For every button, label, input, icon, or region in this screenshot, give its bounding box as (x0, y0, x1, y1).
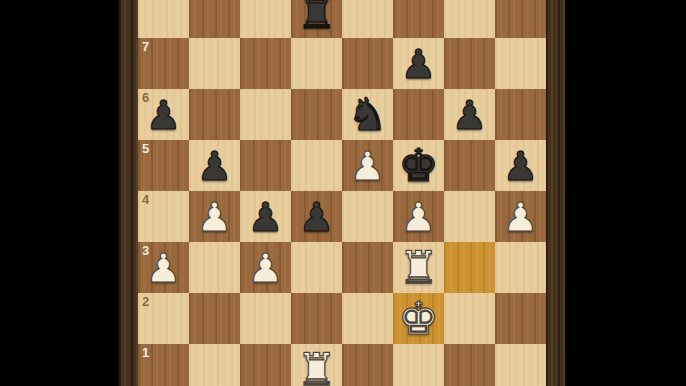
white-rook-d1[interactable]: ♜ (291, 344, 342, 386)
square-a3[interactable]: 3♟ (138, 242, 189, 293)
square-f5[interactable]: ♚ (393, 140, 444, 191)
rank-label-8: 8 (142, 0, 149, 2)
square-a6[interactable]: 6♟ (138, 89, 189, 140)
square-b1[interactable] (189, 344, 240, 386)
square-g6[interactable]: ♟ (444, 89, 495, 140)
square-g1[interactable] (444, 344, 495, 386)
black-pawn-a6[interactable]: ♟ (138, 89, 189, 140)
square-d3[interactable] (291, 242, 342, 293)
square-h5[interactable]: ♟ (495, 140, 546, 191)
rank-label-5: 5 (142, 142, 149, 155)
square-a4[interactable]: 4 (138, 191, 189, 242)
square-h4[interactable]: ♟ (495, 191, 546, 242)
square-e8[interactable] (342, 0, 393, 38)
square-d6[interactable] (291, 89, 342, 140)
square-d7[interactable] (291, 38, 342, 89)
square-f6[interactable] (393, 89, 444, 140)
square-e6[interactable]: ♞ (342, 89, 393, 140)
square-g2[interactable] (444, 293, 495, 344)
white-pawn-c3[interactable]: ♟ (240, 242, 291, 293)
square-f3[interactable]: ♜ (393, 242, 444, 293)
black-rook-d8[interactable]: ♜ (291, 0, 342, 38)
board-frame-right (546, 0, 565, 386)
square-c8[interactable] (240, 0, 291, 38)
square-h6[interactable] (495, 89, 546, 140)
black-knight-e6[interactable]: ♞ (342, 89, 393, 140)
rank-label-7: 7 (142, 40, 149, 53)
square-f4[interactable]: ♟ (393, 191, 444, 242)
square-a2[interactable]: 2 (138, 293, 189, 344)
square-c5[interactable] (240, 140, 291, 191)
square-a7[interactable]: 7 (138, 38, 189, 89)
black-pawn-d4[interactable]: ♟ (291, 191, 342, 242)
white-pawn-e5[interactable]: ♟ (342, 140, 393, 191)
square-f8[interactable] (393, 0, 444, 38)
square-d4[interactable]: ♟ (291, 191, 342, 242)
black-pawn-b5[interactable]: ♟ (189, 140, 240, 191)
square-h1[interactable] (495, 344, 546, 386)
square-h8[interactable] (495, 0, 546, 38)
square-f1[interactable] (393, 344, 444, 386)
square-f2[interactable]: ♚ (393, 293, 444, 344)
square-h2[interactable] (495, 293, 546, 344)
black-pawn-g6[interactable]: ♟ (444, 89, 495, 140)
square-g8[interactable] (444, 0, 495, 38)
square-d2[interactable] (291, 293, 342, 344)
square-b4[interactable]: ♟ (189, 191, 240, 242)
square-e7[interactable] (342, 38, 393, 89)
square-e3[interactable] (342, 242, 393, 293)
square-a5[interactable]: 5 (138, 140, 189, 191)
square-f7[interactable]: ♟ (393, 38, 444, 89)
square-h7[interactable] (495, 38, 546, 89)
black-king-f5[interactable]: ♚ (393, 140, 444, 191)
square-e2[interactable] (342, 293, 393, 344)
square-h3[interactable] (495, 242, 546, 293)
square-a1[interactable]: 1 (138, 344, 189, 386)
square-b8[interactable] (189, 0, 240, 38)
white-pawn-h4[interactable]: ♟ (495, 191, 546, 242)
square-c2[interactable] (240, 293, 291, 344)
square-b3[interactable] (189, 242, 240, 293)
square-d8[interactable]: ♜ (291, 0, 342, 38)
square-c4[interactable]: ♟ (240, 191, 291, 242)
black-pawn-f7[interactable]: ♟ (393, 38, 444, 89)
white-pawn-b4[interactable]: ♟ (189, 191, 240, 242)
square-a8[interactable]: 8 (138, 0, 189, 38)
white-pawn-f4[interactable]: ♟ (393, 191, 444, 242)
square-b2[interactable] (189, 293, 240, 344)
square-g5[interactable] (444, 140, 495, 191)
square-c7[interactable] (240, 38, 291, 89)
square-b5[interactable]: ♟ (189, 140, 240, 191)
square-b6[interactable] (189, 89, 240, 140)
square-g3[interactable] (444, 242, 495, 293)
square-e1[interactable] (342, 344, 393, 386)
white-rook-f3[interactable]: ♜ (393, 242, 444, 293)
white-pawn-a3[interactable]: ♟ (138, 242, 189, 293)
black-pawn-c4[interactable]: ♟ (240, 191, 291, 242)
chess-board: 8♜7♟6♟♞♟5♟♟♚♟4♟♟♟♟♟3♟♟♜2♚1♜ (138, 0, 546, 386)
square-e4[interactable] (342, 191, 393, 242)
square-d5[interactable] (291, 140, 342, 191)
board-frame-left (119, 0, 138, 386)
square-b7[interactable] (189, 38, 240, 89)
square-g4[interactable] (444, 191, 495, 242)
square-e5[interactable]: ♟ (342, 140, 393, 191)
rank-label-2: 2 (142, 295, 149, 308)
square-c3[interactable]: ♟ (240, 242, 291, 293)
black-pawn-h5[interactable]: ♟ (495, 140, 546, 191)
square-c6[interactable] (240, 89, 291, 140)
screenshot-stage: 8♜7♟6♟♞♟5♟♟♚♟4♟♟♟♟♟3♟♟♜2♚1♜ (0, 0, 686, 386)
white-king-f2[interactable]: ♚ (393, 293, 444, 344)
square-c1[interactable] (240, 344, 291, 386)
rank-label-4: 4 (142, 193, 149, 206)
square-g7[interactable] (444, 38, 495, 89)
rank-label-1: 1 (142, 346, 149, 359)
square-d1[interactable]: ♜ (291, 344, 342, 386)
